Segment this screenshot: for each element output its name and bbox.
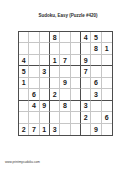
cell-r5c6 <box>71 78 81 89</box>
cell-r6c6 <box>71 89 81 100</box>
cell-r3c4: 1 <box>50 55 60 66</box>
cell-r8c6 <box>71 112 81 123</box>
cell-r3c6 <box>71 55 81 66</box>
cell-r7c7: 3 <box>81 101 91 112</box>
cell-r2c9: 1 <box>102 43 112 54</box>
cell-r7c1 <box>19 101 29 112</box>
cell-r6c9 <box>102 89 112 100</box>
cell-r1c8: 5 <box>91 32 101 43</box>
cell-r7c8 <box>91 101 101 112</box>
cell-r6c1 <box>19 89 29 100</box>
puzzle-title: Sudoku, Easy (Puzzle #420) <box>34 13 102 18</box>
cell-r7c4 <box>50 101 60 112</box>
sudoku-page: Sudoku, Easy (Puzzle #420) 8458141795371… <box>0 0 136 176</box>
cell-r2c6 <box>71 43 81 54</box>
cell-r1c7: 4 <box>81 32 91 43</box>
cell-r9c1: 2 <box>19 124 29 135</box>
cell-r5c7 <box>81 78 91 89</box>
cell-r8c9: 6 <box>102 112 112 123</box>
cell-r5c8: 6 <box>91 78 101 89</box>
cell-r4c6 <box>71 66 81 77</box>
cell-r6c4: 2 <box>50 89 60 100</box>
cell-r4c7: 7 <box>81 66 91 77</box>
cell-r6c3 <box>40 89 50 100</box>
cell-r9c6 <box>71 124 81 135</box>
cell-r4c1: 5 <box>19 66 29 77</box>
cell-r6c5 <box>60 89 70 100</box>
cell-r9c8: 9 <box>91 124 101 135</box>
cell-r3c8 <box>91 55 101 66</box>
cell-r4c8 <box>91 66 101 77</box>
cell-r1c4: 8 <box>50 32 60 43</box>
cell-r2c1 <box>19 43 29 54</box>
cell-r1c3 <box>40 32 50 43</box>
cell-r9c5 <box>60 124 70 135</box>
cell-r6c7 <box>81 89 91 100</box>
cell-r6c8: 3 <box>91 89 101 100</box>
cell-r3c2 <box>29 55 39 66</box>
cell-r7c9 <box>102 101 112 112</box>
cell-r4c3: 3 <box>40 66 50 77</box>
cell-r5c4 <box>50 78 60 89</box>
cell-r5c1: 1 <box>19 78 29 89</box>
cell-r4c5 <box>60 66 70 77</box>
cell-r8c4 <box>50 112 60 123</box>
cell-r9c2: 7 <box>29 124 39 135</box>
cell-r1c5 <box>60 32 70 43</box>
cell-r3c1: 4 <box>19 55 29 66</box>
cell-r1c1 <box>19 32 29 43</box>
cell-r5c2 <box>29 78 39 89</box>
cell-r5c3 <box>40 78 50 89</box>
cell-r3c5: 7 <box>60 55 70 66</box>
cell-r2c2 <box>29 43 39 54</box>
cell-r1c2 <box>29 32 39 43</box>
cell-r8c3 <box>40 112 50 123</box>
cell-r8c5 <box>60 112 70 123</box>
cell-r2c5 <box>60 43 70 54</box>
cell-r3c7: 9 <box>81 55 91 66</box>
cell-r7c5: 8 <box>60 101 70 112</box>
cell-r3c9 <box>102 55 112 66</box>
cell-r3c3 <box>40 55 50 66</box>
cell-r2c8: 8 <box>91 43 101 54</box>
footer-url: www.printmysudoku.com <box>5 160 40 163</box>
cell-r1c9 <box>102 32 112 43</box>
cell-r9c3: 1 <box>40 124 50 135</box>
cell-r5c5: 9 <box>60 78 70 89</box>
cell-r9c4: 3 <box>50 124 60 135</box>
sudoku-board: 84581417953719662349832627139 <box>18 31 113 136</box>
cell-r8c2 <box>29 112 39 123</box>
cell-r5c9 <box>102 78 112 89</box>
cell-r8c1 <box>19 112 29 123</box>
cell-r4c4 <box>50 66 60 77</box>
cell-r6c2: 6 <box>29 89 39 100</box>
cell-r2c7 <box>81 43 91 54</box>
cell-r4c9 <box>102 66 112 77</box>
cell-r1c6 <box>71 32 81 43</box>
cell-r9c7 <box>81 124 91 135</box>
cell-r9c9 <box>102 124 112 135</box>
cell-r7c6 <box>71 101 81 112</box>
cell-r8c7: 2 <box>81 112 91 123</box>
cell-r2c3 <box>40 43 50 54</box>
cell-r8c8 <box>91 112 101 123</box>
cell-r7c3: 9 <box>40 101 50 112</box>
cell-r4c2 <box>29 66 39 77</box>
cell-r2c4 <box>50 43 60 54</box>
cell-r7c2: 4 <box>29 101 39 112</box>
